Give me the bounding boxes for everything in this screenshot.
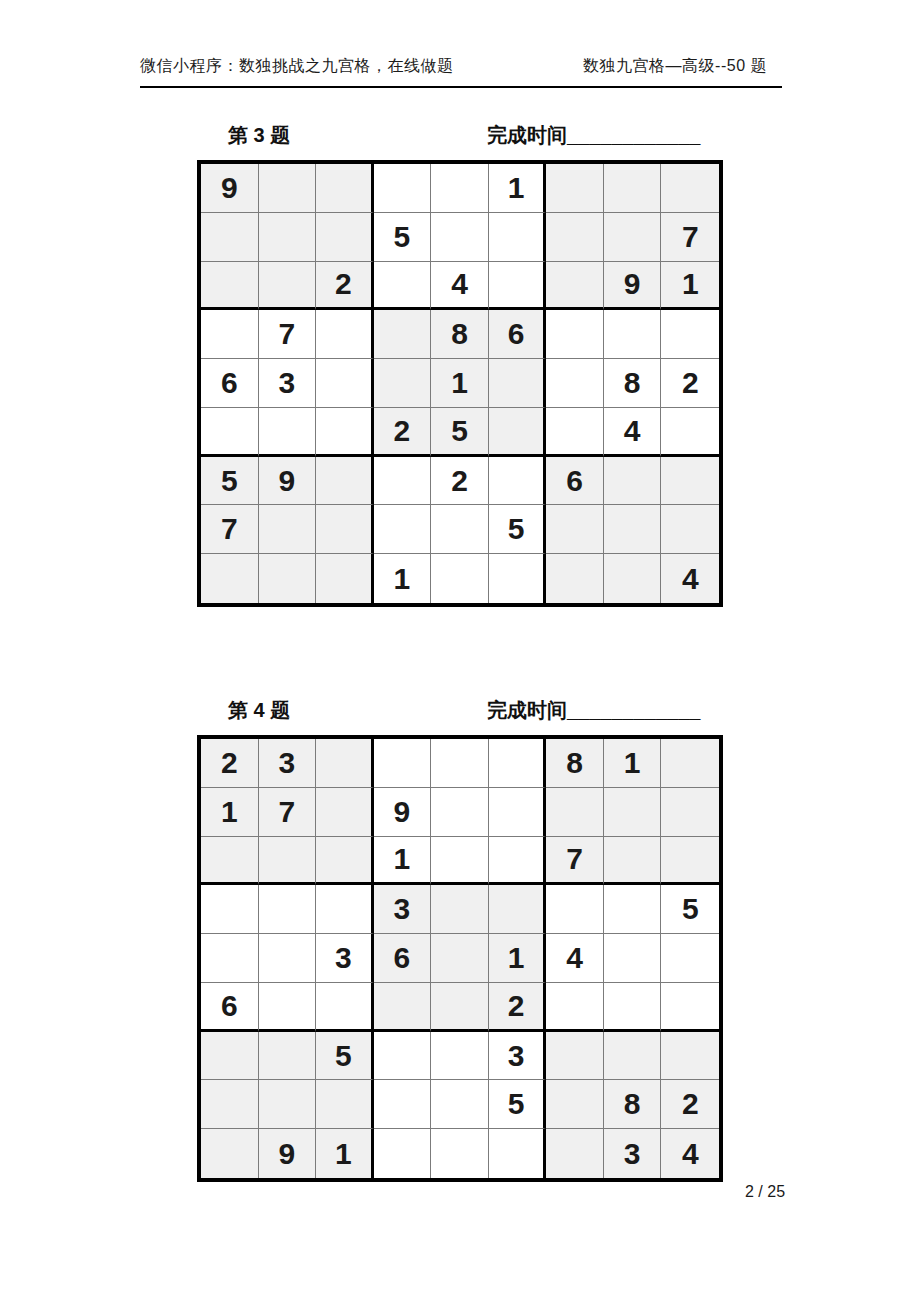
sudoku-cell-r2c4: 9 [374,788,432,837]
sudoku-cell-r6c3 [316,408,374,457]
sudoku-cell-r8c8 [604,505,662,554]
sudoku-cell-r4c3 [316,310,374,359]
sudoku-cell-r2c4: 5 [374,213,432,262]
sudoku-cell-r4c1 [201,310,259,359]
sudoku-cell-r4c2 [259,885,317,934]
sudoku-cell-r1c4 [374,164,432,213]
sudoku-cell-r1c2 [259,164,317,213]
sudoku-cell-r9c5 [431,554,489,603]
sudoku-cell-r7c9 [661,457,719,506]
sudoku-cell-r9c9: 4 [661,554,719,603]
sudoku-cell-r7c8 [604,457,662,506]
sudoku-cell-r6c6: 2 [489,983,547,1032]
sudoku-cell-r1c5 [431,739,489,788]
sudoku-cell-r5c5 [431,934,489,983]
sudoku-cell-r7c4 [374,457,432,506]
sudoku-cell-r9c1 [201,554,259,603]
sudoku-cell-r1c2: 3 [259,739,317,788]
sudoku-cell-r5c8: 8 [604,359,662,408]
sudoku-cell-r2c7 [546,788,604,837]
sudoku-cell-r5c1 [201,934,259,983]
sudoku-cell-r3c1 [201,837,259,886]
sudoku-cell-r7c6 [489,457,547,506]
sudoku-cell-r6c5 [431,983,489,1032]
page-number: 2 / 25 [745,1183,785,1201]
sudoku-cell-r1c3 [316,739,374,788]
sudoku-cell-r8c4 [374,505,432,554]
sudoku-cell-r3c2 [259,837,317,886]
sudoku-cell-r9c2 [259,554,317,603]
sudoku-cell-r9c9: 4 [661,1129,719,1178]
sudoku-cell-r1c6: 1 [489,164,547,213]
sudoku-cell-r4c5: 8 [431,310,489,359]
sudoku-cell-r1c7: 8 [546,739,604,788]
sudoku-cell-r5c2 [259,934,317,983]
sudoku-cell-r6c2 [259,408,317,457]
sudoku-cell-r4c9: 5 [661,885,719,934]
sudoku-cell-r6c7 [546,408,604,457]
sudoku-cell-r9c3: 1 [316,1129,374,1178]
sudoku-cell-r3c7 [546,262,604,311]
sudoku-cell-r5c9 [661,934,719,983]
sudoku-cell-r6c2 [259,983,317,1032]
sudoku-cell-r8c9: 2 [661,1080,719,1129]
header-app-title: 微信小程序：数独挑战之九宫格，在线做题 [140,56,454,77]
sudoku-cell-r2c3 [316,788,374,837]
sudoku-cell-r2c6 [489,788,547,837]
sudoku-cell-r5c7 [546,359,604,408]
sudoku-cell-r8c4 [374,1080,432,1129]
sudoku-cell-r9c8 [604,554,662,603]
sudoku-cell-r7c1 [201,1032,259,1081]
sudoku-cell-r2c1: 1 [201,788,259,837]
sudoku-cell-r8c1 [201,1080,259,1129]
sudoku-cell-r7c7: 6 [546,457,604,506]
sudoku-cell-r1c7 [546,164,604,213]
sudoku-cell-r2c2 [259,213,317,262]
sudoku-cell-r2c7 [546,213,604,262]
sudoku-cell-r2c5 [431,213,489,262]
sudoku-cell-r1c1: 2 [201,739,259,788]
sudoku-cell-r2c6 [489,213,547,262]
sudoku-cell-r2c2: 7 [259,788,317,837]
sudoku-cell-r4c6: 6 [489,310,547,359]
sudoku-cell-r9c8: 3 [604,1129,662,1178]
sudoku-cell-r3c7: 7 [546,837,604,886]
sudoku-cell-r5c4: 6 [374,934,432,983]
sudoku-cell-r2c1 [201,213,259,262]
sudoku-cell-r6c1 [201,408,259,457]
sudoku-cell-r1c3 [316,164,374,213]
completion-time-label: 完成时间 [487,699,567,721]
sudoku-cell-r5c8 [604,934,662,983]
sudoku-cell-r6c3 [316,983,374,1032]
sudoku-cell-r5c1: 6 [201,359,259,408]
sudoku-cell-r8c1: 7 [201,505,259,554]
puzzle-2-completion-time: 完成时间____________ [487,697,700,724]
sudoku-cell-r6c7 [546,983,604,1032]
sudoku-cell-r7c6: 3 [489,1032,547,1081]
header-doc-title: 数独九宫格—高级--50 题 [583,56,767,77]
puzzle-1-title: 第 3 题 [228,122,290,149]
completion-time-blank: ____________ [567,124,700,146]
sudoku-cell-r5c6: 1 [489,934,547,983]
sudoku-cell-r1c1: 9 [201,164,259,213]
sudoku-cell-r8c3 [316,1080,374,1129]
sudoku-cell-r6c4: 2 [374,408,432,457]
worksheet-page: 微信小程序：数独挑战之九宫格，在线做题 数独九宫格—高级--50 题 第 3 题… [0,0,920,1302]
sudoku-cell-r3c8: 9 [604,262,662,311]
sudoku-cell-r3c4 [374,262,432,311]
sudoku-cell-r7c2: 9 [259,457,317,506]
sudoku-cell-r6c1: 6 [201,983,259,1032]
sudoku-cell-r8c3 [316,505,374,554]
sudoku-cell-r4c8 [604,885,662,934]
sudoku-grid-2: 23811791735361462535829134 [197,735,723,1182]
sudoku-cell-r5c3: 3 [316,934,374,983]
sudoku-cell-r8c2 [259,1080,317,1129]
sudoku-cell-r2c3 [316,213,374,262]
sudoku-cell-r7c5 [431,1032,489,1081]
sudoku-cell-r2c5 [431,788,489,837]
sudoku-cell-r1c6 [489,739,547,788]
sudoku-grid-1: 915724917866318225459267514 [197,160,723,607]
sudoku-cell-r7c1: 5 [201,457,259,506]
sudoku-cell-r2c9 [661,788,719,837]
sudoku-cell-r3c9 [661,837,719,886]
sudoku-cell-r8c5 [431,505,489,554]
sudoku-cell-r8c5 [431,1080,489,1129]
sudoku-cell-r7c2 [259,1032,317,1081]
sudoku-cell-r7c4 [374,1032,432,1081]
sudoku-cell-r3c3 [316,837,374,886]
header-divider [140,86,782,88]
sudoku-cell-r6c5: 5 [431,408,489,457]
sudoku-cell-r3c4: 1 [374,837,432,886]
sudoku-cell-r8c6: 5 [489,505,547,554]
sudoku-cell-r4c7 [546,885,604,934]
sudoku-cell-r5c4 [374,359,432,408]
sudoku-cell-r3c8 [604,837,662,886]
sudoku-cell-r6c8 [604,983,662,1032]
sudoku-cell-r9c4 [374,1129,432,1178]
sudoku-cell-r8c6: 5 [489,1080,547,1129]
sudoku-cell-r9c1 [201,1129,259,1178]
sudoku-cell-r3c3: 2 [316,262,374,311]
sudoku-cell-r4c5 [431,885,489,934]
sudoku-cell-r5c2: 3 [259,359,317,408]
sudoku-cell-r9c3 [316,554,374,603]
sudoku-cell-r2c9: 7 [661,213,719,262]
sudoku-cell-r5c3 [316,359,374,408]
sudoku-cell-r8c2 [259,505,317,554]
completion-time-blank: ____________ [567,699,700,721]
puzzle-1-completion-time: 完成时间____________ [487,122,700,149]
sudoku-cell-r4c9 [661,310,719,359]
sudoku-cell-r7c3: 5 [316,1032,374,1081]
sudoku-cell-r4c1 [201,885,259,934]
sudoku-cell-r1c8: 1 [604,739,662,788]
sudoku-cell-r4c6 [489,885,547,934]
sudoku-cell-r6c4 [374,983,432,1032]
sudoku-cell-r6c8: 4 [604,408,662,457]
sudoku-cell-r3c1 [201,262,259,311]
sudoku-cell-r4c2: 7 [259,310,317,359]
sudoku-cell-r6c9 [661,983,719,1032]
sudoku-cell-r5c7: 4 [546,934,604,983]
sudoku-cell-r4c8 [604,310,662,359]
sudoku-cell-r9c4: 1 [374,554,432,603]
sudoku-cell-r3c2 [259,262,317,311]
sudoku-cell-r1c8 [604,164,662,213]
sudoku-cell-r8c9 [661,505,719,554]
sudoku-cell-r6c6 [489,408,547,457]
sudoku-cell-r2c8 [604,788,662,837]
sudoku-cell-r8c7 [546,1080,604,1129]
sudoku-cell-r9c7 [546,554,604,603]
sudoku-cell-r5c6 [489,359,547,408]
sudoku-cell-r7c8 [604,1032,662,1081]
sudoku-cell-r4c4 [374,310,432,359]
sudoku-cell-r3c6 [489,837,547,886]
sudoku-cell-r3c5 [431,837,489,886]
completion-time-label: 完成时间 [487,124,567,146]
sudoku-cell-r9c2: 9 [259,1129,317,1178]
sudoku-cell-r7c5: 2 [431,457,489,506]
sudoku-cell-r7c7 [546,1032,604,1081]
sudoku-cell-r7c9 [661,1032,719,1081]
sudoku-cell-r6c9 [661,408,719,457]
sudoku-cell-r1c9 [661,739,719,788]
sudoku-cell-r5c9: 2 [661,359,719,408]
sudoku-cell-r8c7 [546,505,604,554]
sudoku-cell-r1c9 [661,164,719,213]
sudoku-cell-r1c4 [374,739,432,788]
sudoku-cell-r9c7 [546,1129,604,1178]
sudoku-cell-r8c8: 8 [604,1080,662,1129]
sudoku-cell-r1c5 [431,164,489,213]
sudoku-cell-r9c5 [431,1129,489,1178]
sudoku-cell-r9c6 [489,554,547,603]
sudoku-cell-r7c3 [316,457,374,506]
sudoku-cell-r3c5: 4 [431,262,489,311]
sudoku-cell-r5c5: 1 [431,359,489,408]
sudoku-cell-r3c6 [489,262,547,311]
sudoku-cell-r4c3 [316,885,374,934]
sudoku-cell-r3c9: 1 [661,262,719,311]
sudoku-cell-r2c8 [604,213,662,262]
sudoku-cell-r4c7 [546,310,604,359]
sudoku-cell-r4c4: 3 [374,885,432,934]
sudoku-cell-r9c6 [489,1129,547,1178]
puzzle-2-title: 第 4 题 [228,697,290,724]
